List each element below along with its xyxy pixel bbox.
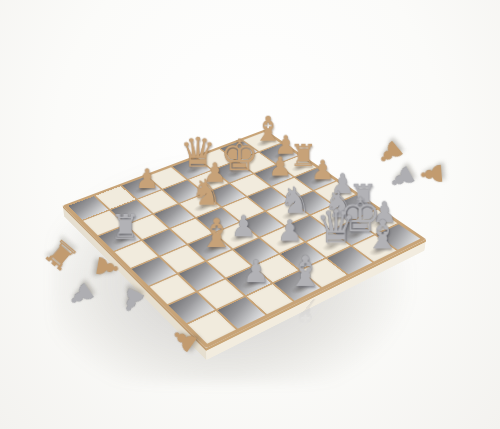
pawn-icon: ♟ [231,212,257,241]
knight-icon: ♞ [191,175,223,210]
pawn-icon: ♟ [276,217,302,246]
pawn-icon: ♟ [269,154,293,180]
bishop-icon: ♝ [365,215,401,255]
bishop-icon: ♝ [287,251,325,293]
captured-wood-pawn: ♟ [418,160,448,187]
pawn-icon: ♟ [243,257,270,288]
pawn-icon: ♟ [135,166,159,193]
queen-icon: ♛ [315,204,356,250]
photo-stage: ♟♟♛♛♝♟♚♚♟♟♜♜♞♟♟♜♟♟♝♝♟♞♟♟♞♜♜♟♟♛♚♚♟♝♝♝ ♜♟♟… [0,0,500,429]
bishop-icon: ♝ [199,213,235,253]
captured-wood-pawn: ♟ [91,252,123,282]
rook-icon: ♜ [110,210,141,244]
